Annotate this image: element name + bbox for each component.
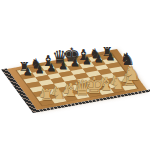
piece-black-pawn-h7[interactable]: ♟ bbox=[106, 51, 115, 62]
offboard-white-knight[interactable]: ♞ bbox=[123, 63, 141, 83]
piece-black-pawn-e7[interactable]: ♟ bbox=[70, 58, 79, 69]
product-photo-scene: ♜♞♝♟♚♟♛♟♝♟♞♟♜♟♟♟♟♟♟♜♟♞♟♝♟♚♟♛♟♝♞♜ ♞♞ bbox=[0, 0, 150, 150]
piece-black-pawn-c7[interactable]: ♟ bbox=[46, 62, 55, 73]
piece-black-pawn-a7[interactable]: ♟ bbox=[23, 66, 32, 77]
piece-black-pawn-d7[interactable]: ♟ bbox=[58, 60, 67, 71]
piece-black-pawn-g7[interactable]: ♟ bbox=[94, 54, 103, 65]
piece-white-rook-a1[interactable]: ♜ bbox=[40, 89, 54, 104]
piece-black-pawn-b7[interactable]: ♟ bbox=[35, 64, 44, 75]
piece-white-knight-b1[interactable]: ♞ bbox=[52, 86, 66, 102]
piece-black-pawn-f7[interactable]: ♟ bbox=[82, 56, 91, 67]
